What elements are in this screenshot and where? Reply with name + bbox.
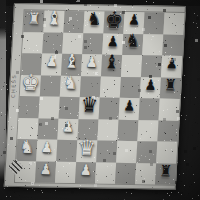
square-f4[interactable]: ♟ [119,98,140,120]
square-e3[interactable] [97,119,118,141]
square-f2[interactable] [116,141,137,163]
square-c4[interactable] [59,97,80,119]
piece-white-pawn: ♟ [40,161,52,176]
chess-board: CHESS ♜♝♞♚♟♟♞♟♝♟♝♟♚♞♟♜♛♟♟♞♟♛♟♟♜ [4,3,186,190]
square-b5[interactable] [40,75,61,97]
square-h3[interactable] [157,120,178,142]
square-b2[interactable]: ♟ [36,139,57,161]
piece-white-knight: ♞ [19,138,34,156]
piece-white-pawn: ♟ [62,119,74,134]
piece-white-knight: ♞ [63,74,78,92]
square-e4[interactable] [99,98,120,120]
board-grid: ♜♝♞♚♟♟♞♟♝♟♝♟♚♞♟♜♛♟♟♞♟♛♟♟♜ [14,9,186,186]
piece-black-queen: ♛ [80,94,98,116]
square-b3[interactable] [37,118,58,140]
square-f1[interactable] [115,162,136,184]
piece-white-pawn: ♟ [86,55,98,70]
square-c3[interactable]: ♟ [57,118,78,140]
square-d8[interactable]: ♞ [83,11,104,33]
square-h2[interactable] [156,142,177,164]
piece-black-bishop: ♝ [104,53,120,72]
square-a8[interactable]: ♜ [23,10,44,32]
square-c1[interactable] [55,161,76,183]
square-g8[interactable] [143,12,164,34]
square-d1[interactable]: ♟ [75,162,96,184]
square-e1[interactable] [95,162,116,184]
square-d6[interactable]: ♟ [81,54,102,76]
square-c8[interactable] [63,11,84,33]
piece-white-pawn: ♟ [41,140,53,155]
square-b1[interactable]: ♟ [35,161,56,183]
piece-black-knight: ♞ [125,32,140,50]
square-d7[interactable] [82,33,103,55]
square-a7[interactable] [22,32,43,54]
piece-white-queen: ♛ [78,137,96,159]
square-h8[interactable] [163,13,184,35]
piece-black-king: ♚ [105,8,124,31]
piece-black-pawn: ♟ [144,77,156,92]
square-g3[interactable] [137,120,158,142]
square-h6[interactable]: ♟ [161,56,182,78]
square-f7[interactable]: ♞ [122,33,143,55]
square-e5[interactable] [100,76,121,98]
square-d4[interactable]: ♛ [79,97,100,119]
piece-white-bishop: ♝ [64,52,80,71]
piece-white-pawn: ♟ [80,162,92,177]
square-b8[interactable]: ♝ [43,11,64,33]
square-c2[interactable] [56,140,77,162]
piece-white-bishop: ♝ [46,9,62,28]
square-h4[interactable] [159,99,180,121]
square-g6[interactable] [141,55,162,77]
piece-black-pawn: ♟ [166,56,178,71]
piece-white-rook: ♜ [27,10,40,26]
square-g5[interactable]: ♟ [140,77,161,99]
square-b4[interactable] [39,96,60,118]
square-e6[interactable]: ♝ [101,55,122,77]
square-b6[interactable]: ♟ [41,53,62,75]
square-c5[interactable]: ♞ [60,75,81,97]
square-a2[interactable]: ♞ [16,139,37,161]
square-e2[interactable] [96,140,117,162]
square-h7[interactable] [162,34,183,56]
photo-scene: CHESS ♜♝♞♚♟♟♞♟♝♟♝♟♚♞♟♜♛♟♟♞♟♛♟♟♜ [0,0,200,200]
square-f3[interactable] [117,119,138,141]
square-h1[interactable]: ♜ [155,163,176,185]
piece-black-pawn: ♟ [128,12,140,27]
square-g2[interactable] [136,141,157,163]
piece-black-pawn: ♟ [107,34,119,49]
piece-black-rook: ♜ [164,77,177,93]
piece-white-pawn: ♟ [46,54,58,69]
square-h5[interactable]: ♜ [160,77,181,99]
square-d2[interactable]: ♛ [76,140,97,162]
square-g4[interactable] [139,98,160,120]
piece-white-king: ♚ [21,71,40,94]
square-f5[interactable] [120,76,141,98]
square-g1[interactable] [135,163,156,185]
square-a5[interactable]: ♚ [20,75,41,97]
piece-black-pawn: ♟ [123,98,135,113]
square-e8[interactable]: ♚ [103,12,124,34]
square-g7[interactable] [142,34,163,56]
piece-black-knight: ♞ [86,10,101,28]
square-a4[interactable] [19,96,40,118]
square-f6[interactable] [121,55,142,77]
piece-black-rook: ♜ [159,163,172,179]
square-b7[interactable] [42,32,63,54]
